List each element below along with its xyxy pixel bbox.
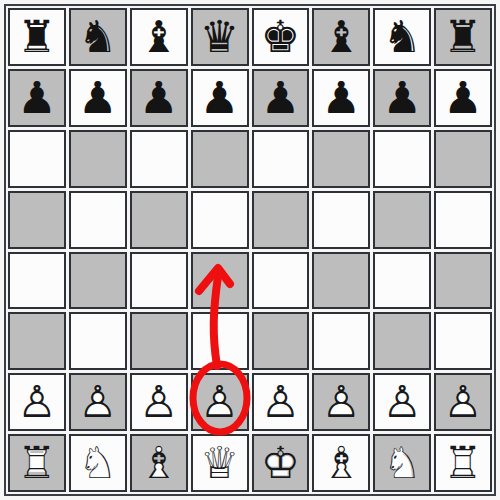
square-c8[interactable]: ♝︎ bbox=[130, 8, 188, 66]
piece-outline-layer: ♙︎ bbox=[436, 375, 490, 429]
piece-outline-layer: ♖︎ bbox=[436, 436, 490, 490]
piece-glyph: ♟︎ bbox=[71, 71, 125, 125]
piece-black-pawn[interactable]: ♟︎ bbox=[436, 71, 490, 125]
piece-outline-layer: ♙︎ bbox=[193, 375, 247, 429]
piece-black-pawn[interactable]: ♟︎ bbox=[314, 71, 368, 125]
square-h1[interactable]: ♜︎♖︎ bbox=[434, 434, 492, 492]
square-c7[interactable]: ♟︎ bbox=[130, 69, 188, 127]
piece-glyph: ♟︎ bbox=[132, 71, 186, 125]
square-a7[interactable]: ♟︎ bbox=[8, 69, 66, 127]
square-a5[interactable] bbox=[8, 191, 66, 249]
piece-white-knight[interactable]: ♞︎♘︎ bbox=[375, 436, 429, 490]
piece-glyph: ♞︎ bbox=[71, 10, 125, 64]
piece-outline-layer: ♙︎ bbox=[375, 375, 429, 429]
piece-outline-layer: ♖︎ bbox=[10, 436, 64, 490]
square-g8[interactable]: ♞︎ bbox=[373, 8, 431, 66]
piece-white-pawn[interactable]: ♟︎♙︎ bbox=[10, 375, 64, 429]
piece-glyph: ♝︎ bbox=[132, 10, 186, 64]
square-g5[interactable] bbox=[373, 191, 431, 249]
square-h8[interactable]: ♜︎ bbox=[434, 8, 492, 66]
square-a1[interactable]: ♜︎♖︎ bbox=[8, 434, 66, 492]
square-b5[interactable] bbox=[69, 191, 127, 249]
piece-white-pawn[interactable]: ♟︎♙︎ bbox=[193, 375, 247, 429]
piece-black-pawn[interactable]: ♟︎ bbox=[132, 71, 186, 125]
square-b2[interactable]: ♟︎♙︎ bbox=[69, 373, 127, 431]
piece-black-rook[interactable]: ♜︎ bbox=[436, 10, 490, 64]
piece-outline-layer: ♔︎ bbox=[254, 436, 308, 490]
piece-black-knight[interactable]: ♞︎ bbox=[375, 10, 429, 64]
square-f4[interactable] bbox=[312, 252, 370, 310]
square-c3[interactable] bbox=[130, 312, 188, 370]
square-d3[interactable] bbox=[191, 312, 249, 370]
square-e2[interactable]: ♟︎♙︎ bbox=[252, 373, 310, 431]
square-a8[interactable]: ♜︎ bbox=[8, 8, 66, 66]
square-d6[interactable] bbox=[191, 130, 249, 188]
piece-black-bishop[interactable]: ♝︎ bbox=[132, 10, 186, 64]
square-d2[interactable]: ♟︎♙︎ bbox=[191, 373, 249, 431]
square-e3[interactable] bbox=[252, 312, 310, 370]
piece-glyph: ♟︎ bbox=[193, 71, 247, 125]
piece-outline-layer: ♗︎ bbox=[132, 436, 186, 490]
square-f3[interactable] bbox=[312, 312, 370, 370]
square-g7[interactable]: ♟︎ bbox=[373, 69, 431, 127]
square-h3[interactable] bbox=[434, 312, 492, 370]
square-f2[interactable]: ♟︎♙︎ bbox=[312, 373, 370, 431]
chessboard-screenshot: ♜︎♞︎♝︎♛︎♚︎♝︎♞︎♜︎♟︎♟︎♟︎♟︎♟︎♟︎♟︎♟︎♟︎♙︎♟︎♙︎… bbox=[0, 0, 500, 500]
piece-white-pawn[interactable]: ♟︎♙︎ bbox=[375, 375, 429, 429]
square-d1[interactable]: ♛︎♕︎ bbox=[191, 434, 249, 492]
square-a2[interactable]: ♟︎♙︎ bbox=[8, 373, 66, 431]
square-c4[interactable] bbox=[130, 252, 188, 310]
piece-black-pawn[interactable]: ♟︎ bbox=[10, 71, 64, 125]
square-c1[interactable]: ♝︎♗︎ bbox=[130, 434, 188, 492]
piece-glyph: ♚︎ bbox=[254, 10, 308, 64]
piece-outline-layer: ♙︎ bbox=[132, 375, 186, 429]
piece-glyph: ♝︎ bbox=[314, 10, 368, 64]
square-h6[interactable] bbox=[434, 130, 492, 188]
piece-white-rook[interactable]: ♜︎♖︎ bbox=[10, 436, 64, 490]
piece-outline-layer: ♗︎ bbox=[314, 436, 368, 490]
square-h2[interactable]: ♟︎♙︎ bbox=[434, 373, 492, 431]
square-b7[interactable]: ♟︎ bbox=[69, 69, 127, 127]
piece-glyph: ♞︎ bbox=[375, 10, 429, 64]
square-b4[interactable] bbox=[69, 252, 127, 310]
piece-white-rook[interactable]: ♜︎♖︎ bbox=[436, 436, 490, 490]
piece-white-king[interactable]: ♚︎♔︎ bbox=[254, 436, 308, 490]
square-f6[interactable] bbox=[312, 130, 370, 188]
piece-outline-layer: ♙︎ bbox=[10, 375, 64, 429]
square-b3[interactable] bbox=[69, 312, 127, 370]
square-e8[interactable]: ♚︎ bbox=[252, 8, 310, 66]
piece-black-knight[interactable]: ♞︎ bbox=[71, 10, 125, 64]
piece-white-pawn[interactable]: ♟︎♙︎ bbox=[71, 375, 125, 429]
piece-glyph: ♜︎ bbox=[10, 10, 64, 64]
square-g2[interactable]: ♟︎♙︎ bbox=[373, 373, 431, 431]
square-d4[interactable] bbox=[191, 252, 249, 310]
square-e1[interactable]: ♚︎♔︎ bbox=[252, 434, 310, 492]
piece-black-rook[interactable]: ♜︎ bbox=[10, 10, 64, 64]
square-a3[interactable] bbox=[8, 312, 66, 370]
piece-glyph: ♟︎ bbox=[254, 71, 308, 125]
piece-glyph: ♜︎ bbox=[436, 10, 490, 64]
piece-black-king[interactable]: ♚︎ bbox=[254, 10, 308, 64]
piece-black-pawn[interactable]: ♟︎ bbox=[375, 71, 429, 125]
piece-outline-layer: ♘︎ bbox=[71, 436, 125, 490]
square-c5[interactable] bbox=[130, 191, 188, 249]
square-h4[interactable] bbox=[434, 252, 492, 310]
piece-white-bishop[interactable]: ♝︎♗︎ bbox=[314, 436, 368, 490]
square-d8[interactable]: ♛︎ bbox=[191, 8, 249, 66]
square-f8[interactable]: ♝︎ bbox=[312, 8, 370, 66]
square-c6[interactable] bbox=[130, 130, 188, 188]
piece-outline-layer: ♙︎ bbox=[254, 375, 308, 429]
piece-white-pawn[interactable]: ♟︎♙︎ bbox=[254, 375, 308, 429]
square-b1[interactable]: ♞︎♘︎ bbox=[69, 434, 127, 492]
chess-board: ♜︎♞︎♝︎♛︎♚︎♝︎♞︎♜︎♟︎♟︎♟︎♟︎♟︎♟︎♟︎♟︎♟︎♙︎♟︎♙︎… bbox=[8, 8, 492, 492]
square-b6[interactable] bbox=[69, 130, 127, 188]
square-d7[interactable]: ♟︎ bbox=[191, 69, 249, 127]
piece-white-knight[interactable]: ♞︎♘︎ bbox=[71, 436, 125, 490]
piece-outline-layer: ♕︎ bbox=[193, 436, 247, 490]
piece-black-pawn[interactable]: ♟︎ bbox=[193, 71, 247, 125]
square-a6[interactable] bbox=[8, 130, 66, 188]
piece-white-pawn[interactable]: ♟︎♙︎ bbox=[314, 375, 368, 429]
piece-glyph: ♟︎ bbox=[436, 71, 490, 125]
board-frame: ♜︎♞︎♝︎♛︎♚︎♝︎♞︎♜︎♟︎♟︎♟︎♟︎♟︎♟︎♟︎♟︎♟︎♙︎♟︎♙︎… bbox=[4, 4, 496, 496]
square-e7[interactable]: ♟︎ bbox=[252, 69, 310, 127]
piece-outline-layer: ♘︎ bbox=[375, 436, 429, 490]
square-g1[interactable]: ♞︎♘︎ bbox=[373, 434, 431, 492]
square-e6[interactable] bbox=[252, 130, 310, 188]
square-f7[interactable]: ♟︎ bbox=[312, 69, 370, 127]
square-g6[interactable] bbox=[373, 130, 431, 188]
piece-glyph: ♛︎ bbox=[193, 10, 247, 64]
piece-outline-layer: ♙︎ bbox=[314, 375, 368, 429]
piece-black-queen[interactable]: ♛︎ bbox=[193, 10, 247, 64]
piece-black-pawn[interactable]: ♟︎ bbox=[71, 71, 125, 125]
piece-glyph: ♟︎ bbox=[314, 71, 368, 125]
square-g3[interactable] bbox=[373, 312, 431, 370]
square-e5[interactable] bbox=[252, 191, 310, 249]
piece-black-pawn[interactable]: ♟︎ bbox=[254, 71, 308, 125]
piece-white-pawn[interactable]: ♟︎♙︎ bbox=[436, 375, 490, 429]
piece-white-bishop[interactable]: ♝︎♗︎ bbox=[132, 436, 186, 490]
square-c2[interactable]: ♟︎♙︎ bbox=[130, 373, 188, 431]
piece-white-pawn[interactable]: ♟︎♙︎ bbox=[132, 375, 186, 429]
square-d5[interactable] bbox=[191, 191, 249, 249]
square-h5[interactable] bbox=[434, 191, 492, 249]
square-e4[interactable] bbox=[252, 252, 310, 310]
square-b8[interactable]: ♞︎ bbox=[69, 8, 127, 66]
piece-black-bishop[interactable]: ♝︎ bbox=[314, 10, 368, 64]
square-a4[interactable] bbox=[8, 252, 66, 310]
square-h7[interactable]: ♟︎ bbox=[434, 69, 492, 127]
square-f5[interactable] bbox=[312, 191, 370, 249]
square-g4[interactable] bbox=[373, 252, 431, 310]
square-f1[interactable]: ♝︎♗︎ bbox=[312, 434, 370, 492]
piece-outline-layer: ♙︎ bbox=[71, 375, 125, 429]
piece-white-queen[interactable]: ♛︎♕︎ bbox=[193, 436, 247, 490]
piece-glyph: ♟︎ bbox=[375, 71, 429, 125]
piece-glyph: ♟︎ bbox=[10, 71, 64, 125]
